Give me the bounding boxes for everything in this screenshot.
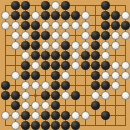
intersection-4-4[interactable]: [30, 30, 40, 40]
intersection-5-12[interactable]: [40, 110, 50, 120]
intersection-1-6[interactable]: [0, 50, 10, 60]
intersection-5-11[interactable]: [40, 100, 50, 110]
white-stone: [101, 91, 110, 100]
white-stone: [31, 11, 40, 20]
white-stone: [121, 71, 130, 80]
intersection-13-9[interactable]: [120, 80, 130, 90]
black-stone: [91, 101, 100, 110]
black-stone: [31, 31, 40, 40]
intersection-12-5[interactable]: [110, 40, 120, 50]
intersection-9-11[interactable]: [80, 100, 90, 110]
intersection-11-7[interactable]: [100, 60, 110, 70]
intersection-6-7[interactable]: [50, 60, 60, 70]
intersection-10-11[interactable]: [90, 100, 100, 110]
intersection-7-6[interactable]: [60, 50, 70, 60]
black-stone: [71, 11, 80, 20]
intersection-11-10[interactable]: [100, 90, 110, 100]
intersection-9-7[interactable]: [80, 60, 90, 70]
intersection-5-7[interactable]: [40, 60, 50, 70]
white-stone: [21, 81, 30, 90]
white-stone: [31, 101, 40, 110]
intersection-6-4[interactable]: [50, 30, 60, 40]
intersection-3-1[interactable]: [20, 0, 30, 10]
black-stone: [41, 111, 50, 120]
intersection-10-13[interactable]: [90, 120, 100, 130]
intersection-12-2[interactable]: [110, 10, 120, 20]
intersection-8-7[interactable]: [70, 60, 80, 70]
intersection-12-6[interactable]: [110, 50, 120, 60]
intersection-9-12[interactable]: [80, 110, 90, 120]
black-stone: [21, 71, 30, 80]
black-stone: [91, 41, 100, 50]
intersection-11-5[interactable]: [100, 40, 110, 50]
intersection-12-8[interactable]: [110, 70, 120, 80]
intersection-11-11[interactable]: [100, 100, 110, 110]
white-stone: [101, 41, 110, 50]
black-stone: [11, 101, 20, 110]
black-stone: [21, 121, 30, 130]
intersection-1-8[interactable]: [0, 70, 10, 80]
white-stone: [51, 1, 60, 10]
black-stone: [21, 41, 30, 50]
white-stone: [101, 51, 110, 60]
intersection-9-9[interactable]: [80, 80, 90, 90]
intersection-6-13[interactable]: [50, 120, 60, 130]
intersection-13-6[interactable]: [120, 50, 130, 60]
intersection-13-1[interactable]: [120, 0, 130, 10]
black-stone: [1, 91, 10, 100]
intersection-7-11[interactable]: [60, 100, 70, 110]
black-stone: [51, 11, 60, 20]
intersection-2-4[interactable]: [10, 30, 20, 40]
intersection-8-12[interactable]: [70, 110, 80, 120]
white-stone: [111, 31, 120, 40]
intersection-4-8[interactable]: [30, 70, 40, 80]
intersection-10-2[interactable]: [90, 10, 100, 20]
black-stone: [41, 11, 50, 20]
intersection-1-3[interactable]: [0, 20, 10, 30]
black-stone: [121, 21, 130, 30]
white-stone: [11, 71, 20, 80]
intersection-2-3[interactable]: [10, 20, 20, 30]
white-stone: [111, 41, 120, 50]
intersection-3-3[interactable]: [20, 20, 30, 30]
intersection-1-9[interactable]: [0, 80, 10, 90]
intersection-9-4[interactable]: [80, 30, 90, 40]
intersection-10-10[interactable]: [90, 90, 100, 100]
white-stone: [51, 41, 60, 50]
black-stone: [91, 61, 100, 70]
intersection-10-3[interactable]: [90, 20, 100, 30]
intersection-6-2[interactable]: [50, 10, 60, 20]
intersection-6-6[interactable]: [50, 50, 60, 60]
intersection-4-1[interactable]: [30, 0, 40, 10]
intersection-9-5[interactable]: [80, 40, 90, 50]
black-stone: [71, 121, 80, 130]
intersection-7-9[interactable]: [60, 80, 70, 90]
intersection-13-13[interactable]: [120, 120, 130, 130]
intersection-6-1[interactable]: [50, 0, 60, 10]
intersection-2-9[interactable]: [10, 80, 20, 90]
black-stone: [31, 21, 40, 30]
white-stone: [21, 51, 30, 60]
white-stone: [61, 31, 70, 40]
intersection-8-13[interactable]: [70, 120, 80, 130]
white-stone: [31, 81, 40, 90]
intersection-11-6[interactable]: [100, 50, 110, 60]
intersection-2-13[interactable]: [10, 120, 20, 130]
black-stone: [61, 111, 70, 120]
black-stone: [31, 71, 40, 80]
white-stone: [81, 41, 90, 50]
white-stone: [81, 11, 90, 20]
white-stone: [1, 11, 10, 20]
black-stone: [51, 51, 60, 60]
intersection-5-5[interactable]: [40, 40, 50, 50]
intersection-9-2[interactable]: [80, 10, 90, 20]
intersection-4-9[interactable]: [30, 80, 40, 90]
black-stone: [51, 101, 60, 110]
intersection-11-1[interactable]: [100, 0, 110, 10]
intersection-13-3[interactable]: [120, 20, 130, 30]
black-stone: [91, 31, 100, 40]
intersection-9-1[interactable]: [80, 0, 90, 10]
black-stone: [61, 121, 70, 130]
intersection-2-12[interactable]: [10, 110, 20, 120]
black-stone: [91, 71, 100, 80]
white-stone: [121, 11, 130, 20]
intersection-13-7[interactable]: [120, 60, 130, 70]
intersection-11-13[interactable]: [100, 120, 110, 130]
intersection-6-12[interactable]: [50, 110, 60, 120]
white-stone: [111, 71, 120, 80]
intersection-5-13[interactable]: [40, 120, 50, 130]
white-stone: [81, 31, 90, 40]
white-stone: [1, 111, 10, 120]
intersection-12-11[interactable]: [110, 100, 120, 110]
intersection-8-10[interactable]: [70, 90, 80, 100]
intersection-12-9[interactable]: [110, 80, 120, 90]
intersection-5-8[interactable]: [40, 70, 50, 80]
intersection-8-4[interactable]: [70, 30, 80, 40]
intersection-10-9[interactable]: [90, 80, 100, 90]
white-stone: [1, 21, 10, 30]
black-stone: [101, 21, 110, 30]
intersection-7-5[interactable]: [60, 40, 70, 50]
intersection-10-4[interactable]: [90, 30, 100, 40]
black-stone: [51, 61, 60, 70]
white-stone: [31, 111, 40, 120]
black-stone: [31, 51, 40, 60]
intersection-13-4[interactable]: [120, 30, 130, 40]
black-stone: [21, 1, 30, 10]
board-intersections: [0, 0, 130, 130]
intersection-7-3[interactable]: [60, 20, 70, 30]
intersection-12-13[interactable]: [110, 120, 120, 130]
intersection-7-13[interactable]: [60, 120, 70, 130]
black-stone: [41, 61, 50, 70]
intersection-4-11[interactable]: [30, 100, 40, 110]
black-stone: [61, 51, 70, 60]
white-stone: [11, 41, 20, 50]
black-stone: [111, 11, 120, 20]
white-stone: [51, 21, 60, 30]
black-stone: [101, 111, 110, 120]
intersection-3-12[interactable]: [20, 110, 30, 120]
white-stone: [11, 121, 20, 130]
black-stone: [51, 71, 60, 80]
black-stone: [41, 121, 50, 130]
intersection-2-8[interactable]: [10, 70, 20, 80]
intersection-7-12[interactable]: [60, 110, 70, 120]
intersection-1-4[interactable]: [0, 30, 10, 40]
intersection-5-9[interactable]: [40, 80, 50, 90]
white-stone: [121, 31, 130, 40]
white-stone: [21, 91, 30, 100]
intersection-8-9[interactable]: [70, 80, 80, 90]
white-stone: [121, 61, 130, 70]
white-stone: [41, 81, 50, 90]
white-stone: [91, 91, 100, 100]
intersection-9-13[interactable]: [80, 120, 90, 130]
intersection-5-10[interactable]: [40, 90, 50, 100]
intersection-1-7[interactable]: [0, 60, 10, 70]
black-stone: [51, 121, 60, 130]
black-stone: [61, 81, 70, 90]
intersection-12-3[interactable]: [110, 20, 120, 30]
white-stone: [11, 31, 20, 40]
black-stone: [101, 81, 110, 90]
black-stone: [81, 51, 90, 60]
intersection-5-1[interactable]: [40, 0, 50, 10]
intersection-4-7[interactable]: [30, 60, 40, 70]
black-stone: [51, 111, 60, 120]
white-stone: [121, 91, 130, 100]
intersection-6-8[interactable]: [50, 70, 60, 80]
intersection-7-2[interactable]: [60, 10, 70, 20]
star-point: [34, 94, 37, 97]
intersection-12-1[interactable]: [110, 0, 120, 10]
intersection-4-6[interactable]: [30, 50, 40, 60]
white-stone: [41, 41, 50, 50]
intersection-7-7[interactable]: [60, 60, 70, 70]
white-stone: [11, 111, 20, 120]
black-stone: [61, 11, 70, 20]
intersection-1-10[interactable]: [0, 90, 10, 100]
intersection-8-3[interactable]: [70, 20, 80, 30]
white-stone: [61, 71, 70, 80]
intersection-1-13[interactable]: [0, 120, 10, 130]
intersection-3-8[interactable]: [20, 70, 30, 80]
intersection-8-8[interactable]: [70, 70, 80, 80]
black-stone: [21, 111, 30, 120]
intersection-4-5[interactable]: [30, 40, 40, 50]
intersection-8-6[interactable]: [70, 50, 80, 60]
white-stone: [71, 111, 80, 120]
intersection-7-1[interactable]: [60, 0, 70, 10]
black-stone: [41, 31, 50, 40]
black-stone: [91, 81, 100, 90]
intersection-6-11[interactable]: [50, 100, 60, 110]
intersection-9-3[interactable]: [80, 20, 90, 30]
intersection-2-10[interactable]: [10, 90, 20, 100]
white-stone: [81, 21, 90, 30]
black-stone: [61, 41, 70, 50]
intersection-1-11[interactable]: [0, 100, 10, 110]
white-stone: [71, 41, 80, 50]
intersection-7-4[interactable]: [60, 30, 70, 40]
go-board: [0, 0, 130, 130]
intersection-6-5[interactable]: [50, 40, 60, 50]
black-stone: [31, 121, 40, 130]
intersection-8-1[interactable]: [70, 0, 80, 10]
intersection-7-10[interactable]: [60, 90, 70, 100]
white-stone: [81, 111, 90, 120]
white-stone: [41, 21, 50, 30]
intersection-13-12[interactable]: [120, 110, 130, 120]
intersection-11-9[interactable]: [100, 80, 110, 90]
black-stone: [51, 81, 60, 90]
white-stone: [51, 31, 60, 40]
white-stone: [71, 51, 80, 60]
intersection-13-5[interactable]: [120, 40, 130, 50]
intersection-10-1[interactable]: [90, 0, 100, 10]
intersection-8-5[interactable]: [70, 40, 80, 50]
intersection-1-1[interactable]: [0, 0, 10, 10]
intersection-4-2[interactable]: [30, 10, 40, 20]
intersection-12-4[interactable]: [110, 30, 120, 40]
black-stone: [91, 51, 100, 60]
intersection-4-13[interactable]: [30, 120, 40, 130]
black-stone: [51, 91, 60, 100]
black-stone: [101, 11, 110, 20]
intersection-5-2[interactable]: [40, 10, 50, 20]
black-stone: [61, 61, 70, 70]
white-stone: [31, 61, 40, 70]
intersection-5-3[interactable]: [40, 20, 50, 30]
intersection-3-9[interactable]: [20, 80, 30, 90]
intersection-13-2[interactable]: [120, 10, 130, 20]
intersection-6-10[interactable]: [50, 90, 60, 100]
intersection-6-3[interactable]: [50, 20, 60, 30]
intersection-3-13[interactable]: [20, 120, 30, 130]
white-stone: [71, 61, 80, 70]
intersection-6-9[interactable]: [50, 80, 60, 90]
black-stone: [21, 21, 30, 30]
black-stone: [11, 91, 20, 100]
intersection-12-10[interactable]: [110, 90, 120, 100]
intersection-3-2[interactable]: [20, 10, 30, 20]
black-stone: [101, 1, 110, 10]
intersection-9-10[interactable]: [80, 90, 90, 100]
intersection-4-3[interactable]: [30, 20, 40, 30]
black-stone: [41, 51, 50, 60]
white-stone: [41, 101, 50, 110]
intersection-12-7[interactable]: [110, 60, 120, 70]
intersection-13-11[interactable]: [120, 100, 130, 110]
black-stone: [41, 91, 50, 100]
white-stone: [61, 21, 70, 30]
intersection-2-11[interactable]: [10, 100, 20, 110]
intersection-3-7[interactable]: [20, 60, 30, 70]
intersection-11-12[interactable]: [100, 110, 110, 120]
intersection-1-2[interactable]: [0, 10, 10, 20]
intersection-1-5[interactable]: [0, 40, 10, 50]
black-stone: [101, 61, 110, 70]
white-stone: [21, 31, 30, 40]
intersection-5-6[interactable]: [40, 50, 50, 60]
black-stone: [31, 41, 40, 50]
black-stone: [81, 61, 90, 70]
intersection-3-11[interactable]: [20, 100, 30, 110]
intersection-1-12[interactable]: [0, 110, 10, 120]
intersection-2-2[interactable]: [10, 10, 20, 20]
intersection-11-3[interactable]: [100, 20, 110, 30]
intersection-11-8[interactable]: [100, 70, 110, 80]
intersection-10-8[interactable]: [90, 70, 100, 80]
white-stone: [101, 71, 110, 80]
intersection-11-2[interactable]: [100, 10, 110, 20]
black-stone: [21, 11, 30, 20]
intersection-9-8[interactable]: [80, 70, 90, 80]
black-stone: [11, 1, 20, 10]
black-stone: [71, 91, 80, 100]
intersection-2-6[interactable]: [10, 50, 20, 60]
black-stone: [1, 81, 10, 90]
intersection-8-2[interactable]: [70, 10, 80, 20]
intersection-13-10[interactable]: [120, 90, 130, 100]
intersection-5-4[interactable]: [40, 30, 50, 40]
intersection-10-5[interactable]: [90, 40, 100, 50]
white-stone: [61, 91, 70, 100]
intersection-2-1[interactable]: [10, 0, 20, 10]
intersection-12-12[interactable]: [110, 110, 120, 120]
black-stone: [101, 31, 110, 40]
intersection-8-11[interactable]: [70, 100, 80, 110]
intersection-13-8[interactable]: [120, 70, 130, 80]
intersection-10-7[interactable]: [90, 60, 100, 70]
intersection-3-5[interactable]: [20, 40, 30, 50]
white-stone: [21, 101, 30, 110]
intersection-7-8[interactable]: [60, 70, 70, 80]
intersection-4-10[interactable]: [30, 90, 40, 100]
black-stone: [41, 1, 50, 10]
intersection-3-4[interactable]: [20, 30, 30, 40]
intersection-2-5[interactable]: [10, 40, 20, 50]
intersection-4-12[interactable]: [30, 110, 40, 120]
white-stone: [71, 21, 80, 30]
black-stone: [11, 11, 20, 20]
intersection-9-6[interactable]: [80, 50, 90, 60]
intersection-10-12[interactable]: [90, 110, 100, 120]
intersection-11-4[interactable]: [100, 30, 110, 40]
black-stone: [61, 1, 70, 10]
white-stone: [111, 81, 120, 90]
intersection-10-6[interactable]: [90, 50, 100, 60]
intersection-3-6[interactable]: [20, 50, 30, 60]
intersection-2-7[interactable]: [10, 60, 20, 70]
white-stone: [11, 21, 20, 30]
white-stone: [111, 61, 120, 70]
black-stone: [111, 21, 120, 30]
black-stone: [21, 61, 30, 70]
intersection-3-10[interactable]: [20, 90, 30, 100]
